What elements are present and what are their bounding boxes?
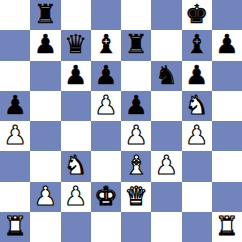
square-g3[interactable] (182, 151, 212, 181)
black-rook-piece[interactable]: ♜ (124, 31, 147, 57)
square-b4[interactable] (30, 121, 60, 151)
black-king-piece[interactable]: ♚ (185, 1, 208, 27)
white-pawn-piece[interactable]: ♟ (155, 152, 178, 178)
square-c7[interactable]: ♛ (61, 30, 91, 60)
white-pawn-piece[interactable]: ♟ (185, 122, 208, 148)
square-e8[interactable] (121, 0, 151, 30)
square-d1[interactable] (91, 212, 121, 242)
square-b1[interactable] (30, 212, 60, 242)
white-pawn-piece[interactable]: ♟ (64, 183, 87, 209)
square-a4[interactable]: ♟ (0, 121, 30, 151)
square-f1[interactable] (151, 212, 181, 242)
square-a3[interactable] (0, 151, 30, 181)
square-a1[interactable]: ♜ (0, 212, 30, 242)
square-d8[interactable] (91, 0, 121, 30)
square-a6[interactable] (0, 61, 30, 91)
white-king-piece[interactable]: ♚ (94, 183, 117, 209)
white-pawn-piece[interactable]: ♟ (3, 122, 26, 148)
square-b3[interactable] (30, 151, 60, 181)
square-h1[interactable]: ♜ (212, 212, 242, 242)
white-knight-piece[interactable]: ♞ (64, 152, 87, 178)
square-f7[interactable] (151, 30, 181, 60)
square-f8[interactable] (151, 0, 181, 30)
square-g7[interactable]: ♝ (182, 30, 212, 60)
black-bishop-piece[interactable]: ♝ (94, 31, 117, 57)
square-b5[interactable] (30, 91, 60, 121)
square-f4[interactable] (151, 121, 181, 151)
chess-board: ♜♚♟♛♝♜♝♟♟♟♞♟♟♟♟♞♟♟♟♞♝♟♟♟♚♛♜♜ (0, 0, 242, 242)
square-b2[interactable]: ♟ (30, 182, 60, 212)
square-f6[interactable]: ♞ (151, 61, 181, 91)
black-rook-piece[interactable]: ♜ (34, 1, 57, 27)
square-c4[interactable] (61, 121, 91, 151)
square-a7[interactable] (0, 30, 30, 60)
square-c8[interactable] (61, 0, 91, 30)
square-e1[interactable] (121, 212, 151, 242)
black-pawn-piece[interactable]: ♟ (94, 62, 117, 88)
square-g6[interactable]: ♟ (182, 61, 212, 91)
square-d5[interactable]: ♟ (91, 91, 121, 121)
black-pawn-piece[interactable]: ♟ (185, 62, 208, 88)
square-h3[interactable] (212, 151, 242, 181)
square-d3[interactable] (91, 151, 121, 181)
square-f3[interactable]: ♟ (151, 151, 181, 181)
square-f2[interactable] (151, 182, 181, 212)
white-pawn-piece[interactable]: ♟ (124, 122, 147, 148)
square-d4[interactable] (91, 121, 121, 151)
square-g8[interactable]: ♚ (182, 0, 212, 30)
white-rook-piece[interactable]: ♜ (3, 213, 26, 239)
white-knight-piece[interactable]: ♞ (185, 92, 208, 118)
square-h7[interactable]: ♟ (212, 30, 242, 60)
white-pawn-piece[interactable]: ♟ (94, 92, 117, 118)
square-d2[interactable]: ♚ (91, 182, 121, 212)
white-rook-piece[interactable]: ♜ (215, 213, 238, 239)
square-e5[interactable]: ♟ (121, 91, 151, 121)
square-c6[interactable]: ♟ (61, 61, 91, 91)
white-bishop-piece[interactable]: ♝ (124, 152, 147, 178)
square-c3[interactable]: ♞ (61, 151, 91, 181)
square-c1[interactable] (61, 212, 91, 242)
black-pawn-piece[interactable]: ♟ (215, 31, 238, 57)
black-knight-piece[interactable]: ♞ (155, 62, 178, 88)
square-e7[interactable]: ♜ (121, 30, 151, 60)
square-h2[interactable] (212, 182, 242, 212)
square-c5[interactable] (61, 91, 91, 121)
square-a8[interactable] (0, 0, 30, 30)
square-b6[interactable] (30, 61, 60, 91)
square-g5[interactable]: ♞ (182, 91, 212, 121)
square-c2[interactable]: ♟ (61, 182, 91, 212)
square-a5[interactable]: ♟ (0, 91, 30, 121)
square-b8[interactable]: ♜ (30, 0, 60, 30)
black-queen-piece[interactable]: ♛ (64, 31, 87, 57)
black-pawn-piece[interactable]: ♟ (124, 92, 147, 118)
square-g4[interactable]: ♟ (182, 121, 212, 151)
square-h8[interactable] (212, 0, 242, 30)
black-pawn-piece[interactable]: ♟ (64, 62, 87, 88)
square-a2[interactable] (0, 182, 30, 212)
square-h4[interactable] (212, 121, 242, 151)
square-g1[interactable] (182, 212, 212, 242)
white-pawn-piece[interactable]: ♟ (34, 183, 57, 209)
black-pawn-piece[interactable]: ♟ (3, 92, 26, 118)
square-d7[interactable]: ♝ (91, 30, 121, 60)
square-e4[interactable]: ♟ (121, 121, 151, 151)
square-h5[interactable] (212, 91, 242, 121)
square-e2[interactable]: ♛ (121, 182, 151, 212)
white-queen-piece[interactable]: ♛ (124, 183, 147, 209)
black-bishop-piece[interactable]: ♝ (185, 31, 208, 57)
black-pawn-piece[interactable]: ♟ (34, 31, 57, 57)
square-e3[interactable]: ♝ (121, 151, 151, 181)
square-e6[interactable] (121, 61, 151, 91)
square-f5[interactable] (151, 91, 181, 121)
square-d6[interactable]: ♟ (91, 61, 121, 91)
square-h6[interactable] (212, 61, 242, 91)
square-b7[interactable]: ♟ (30, 30, 60, 60)
square-g2[interactable] (182, 182, 212, 212)
